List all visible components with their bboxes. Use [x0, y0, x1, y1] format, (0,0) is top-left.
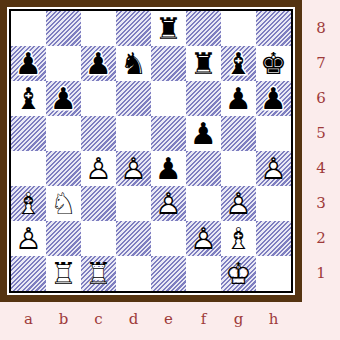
white-p-piece: ♙: [11, 221, 46, 256]
square-h2[interactable]: [256, 221, 291, 256]
square-d1[interactable]: [116, 256, 151, 291]
square-c6[interactable]: [81, 81, 116, 116]
square-f8[interactable]: [186, 11, 221, 46]
square-e6[interactable]: [151, 81, 186, 116]
white-b-piece: ♗: [11, 186, 46, 221]
black-p-piece: ♟: [221, 81, 256, 116]
square-g5[interactable]: [221, 116, 256, 151]
square-a5[interactable]: [11, 116, 46, 151]
square-f5[interactable]: ♟♟: [186, 116, 221, 151]
square-b5[interactable]: [46, 116, 81, 151]
white-p-piece: ♙: [186, 221, 221, 256]
white-k-piece-fill: ♚: [221, 256, 256, 291]
square-d8[interactable]: [116, 11, 151, 46]
black-b-piece: ♝: [11, 81, 46, 116]
square-h6[interactable]: ♟♟: [256, 81, 291, 116]
black-r-piece-fill: ♜: [151, 11, 186, 46]
white-n-piece-fill: ♞: [46, 186, 81, 221]
white-p-piece: ♙: [256, 151, 291, 186]
white-p-piece-fill: ♟: [151, 186, 186, 221]
black-p-piece: ♟: [81, 46, 116, 81]
square-f3[interactable]: [186, 186, 221, 221]
square-d3[interactable]: [116, 186, 151, 221]
rank-label-7: 7: [302, 46, 340, 81]
black-p-piece: ♟: [11, 46, 46, 81]
rank-label-2: 2: [302, 221, 340, 256]
rank-label-5: 5: [302, 116, 340, 151]
square-g6[interactable]: ♟♟: [221, 81, 256, 116]
file-label-e: e: [151, 307, 186, 331]
square-e3[interactable]: ♟♙: [151, 186, 186, 221]
white-b-piece-fill: ♝: [221, 221, 256, 256]
white-p-piece: ♙: [221, 186, 256, 221]
white-r-piece: ♖: [46, 256, 81, 291]
square-f6[interactable]: [186, 81, 221, 116]
white-p-piece-fill: ♟: [81, 151, 116, 186]
square-h4[interactable]: ♟♙: [256, 151, 291, 186]
square-c5[interactable]: [81, 116, 116, 151]
white-r-piece-fill: ♜: [46, 256, 81, 291]
square-g2[interactable]: ♝♗: [221, 221, 256, 256]
square-f1[interactable]: [186, 256, 221, 291]
square-b2[interactable]: [46, 221, 81, 256]
black-k-piece: ♚: [256, 46, 291, 81]
square-b4[interactable]: [46, 151, 81, 186]
white-r-piece: ♖: [81, 256, 116, 291]
square-e4[interactable]: ♟♟: [151, 151, 186, 186]
square-e8[interactable]: ♜♜: [151, 11, 186, 46]
white-b-piece: ♗: [221, 221, 256, 256]
square-h3[interactable]: [256, 186, 291, 221]
black-p-piece: ♟: [46, 81, 81, 116]
black-p-piece-fill: ♟: [221, 81, 256, 116]
square-b8[interactable]: [46, 11, 81, 46]
page-background: ♜♜♟♟♟♟♞♞♜♜♝♝♚♚♝♝♟♟♟♟♟♟♟♟♟♙♟♙♟♟♟♙♝♗♞♘♟♙♟♙…: [0, 0, 340, 340]
black-k-piece-fill: ♚: [256, 46, 291, 81]
white-b-piece-fill: ♝: [11, 186, 46, 221]
square-d2[interactable]: [116, 221, 151, 256]
rank-label-8: 8: [302, 11, 340, 46]
black-n-piece: ♞: [116, 46, 151, 81]
square-a1[interactable]: [11, 256, 46, 291]
rank-label-6: 6: [302, 81, 340, 116]
white-k-piece: ♔: [221, 256, 256, 291]
black-b-piece-fill: ♝: [11, 81, 46, 116]
black-p-piece-fill: ♟: [81, 46, 116, 81]
white-p-piece-fill: ♟: [186, 221, 221, 256]
square-c1[interactable]: ♜♖: [81, 256, 116, 291]
black-p-piece-fill: ♟: [256, 81, 291, 116]
black-p-piece-fill: ♟: [151, 151, 186, 186]
square-h1[interactable]: [256, 256, 291, 291]
white-p-piece: ♙: [151, 186, 186, 221]
white-r-piece-fill: ♜: [81, 256, 116, 291]
black-p-piece: ♟: [186, 116, 221, 151]
square-h5[interactable]: [256, 116, 291, 151]
square-d4[interactable]: ♟♙: [116, 151, 151, 186]
black-n-piece-fill: ♞: [116, 46, 151, 81]
square-e7[interactable]: [151, 46, 186, 81]
black-p-piece: ♟: [151, 151, 186, 186]
square-g8[interactable]: [221, 11, 256, 46]
white-n-piece: ♘: [46, 186, 81, 221]
black-b-piece-fill: ♝: [221, 46, 256, 81]
square-f7[interactable]: ♜♜: [186, 46, 221, 81]
file-label-c: c: [81, 307, 116, 331]
square-b1[interactable]: ♜♖: [46, 256, 81, 291]
square-c3[interactable]: [81, 186, 116, 221]
square-d6[interactable]: [116, 81, 151, 116]
black-p-piece-fill: ♟: [11, 46, 46, 81]
white-p-piece-fill: ♟: [221, 186, 256, 221]
square-a6[interactable]: ♝♝: [11, 81, 46, 116]
black-r-piece: ♜: [151, 11, 186, 46]
square-e5[interactable]: [151, 116, 186, 151]
square-c7[interactable]: ♟♟: [81, 46, 116, 81]
square-a3[interactable]: ♝♗: [11, 186, 46, 221]
white-p-piece: ♙: [81, 151, 116, 186]
square-a7[interactable]: ♟♟: [11, 46, 46, 81]
square-a8[interactable]: [11, 11, 46, 46]
white-p-piece-fill: ♟: [116, 151, 151, 186]
square-e1[interactable]: [151, 256, 186, 291]
square-c2[interactable]: [81, 221, 116, 256]
file-label-g: g: [221, 307, 256, 331]
square-b7[interactable]: [46, 46, 81, 81]
square-h8[interactable]: [256, 11, 291, 46]
black-p-piece-fill: ♟: [186, 116, 221, 151]
board-frame: ♜♜♟♟♟♟♞♞♜♜♝♝♚♚♝♝♟♟♟♟♟♟♟♟♟♙♟♙♟♟♟♙♝♗♞♘♟♙♟♙…: [0, 0, 302, 302]
square-g3[interactable]: ♟♙: [221, 186, 256, 221]
file-label-a: a: [11, 307, 46, 331]
white-p-piece-fill: ♟: [256, 151, 291, 186]
black-r-piece: ♜: [186, 46, 221, 81]
square-b6[interactable]: ♟♟: [46, 81, 81, 116]
file-label-d: d: [116, 307, 151, 331]
white-p-piece-fill: ♟: [11, 221, 46, 256]
square-d5[interactable]: [116, 116, 151, 151]
square-a2[interactable]: ♟♙: [11, 221, 46, 256]
file-label-f: f: [186, 307, 221, 331]
black-r-piece-fill: ♜: [186, 46, 221, 81]
black-p-piece: ♟: [256, 81, 291, 116]
rank-label-3: 3: [302, 186, 340, 221]
square-g1[interactable]: ♚♔: [221, 256, 256, 291]
square-h7[interactable]: ♚♚: [256, 46, 291, 81]
square-g4[interactable]: [221, 151, 256, 186]
square-c8[interactable]: [81, 11, 116, 46]
rank-label-4: 4: [302, 151, 340, 186]
black-b-piece: ♝: [221, 46, 256, 81]
square-f2[interactable]: ♟♙: [186, 221, 221, 256]
square-b3[interactable]: ♞♘: [46, 186, 81, 221]
file-label-h: h: [256, 307, 291, 331]
square-g7[interactable]: ♝♝: [221, 46, 256, 81]
black-p-piece-fill: ♟: [46, 81, 81, 116]
file-label-b: b: [46, 307, 81, 331]
rank-label-1: 1: [302, 256, 340, 291]
square-f4[interactable]: [186, 151, 221, 186]
square-c4[interactable]: ♟♙: [81, 151, 116, 186]
square-d7[interactable]: ♞♞: [116, 46, 151, 81]
square-e2[interactable]: [151, 221, 186, 256]
chess-board: ♜♜♟♟♟♟♞♞♜♜♝♝♚♚♝♝♟♟♟♟♟♟♟♟♟♙♟♙♟♟♟♙♝♗♞♘♟♙♟♙…: [11, 11, 291, 291]
white-p-piece: ♙: [116, 151, 151, 186]
square-a4[interactable]: [11, 151, 46, 186]
